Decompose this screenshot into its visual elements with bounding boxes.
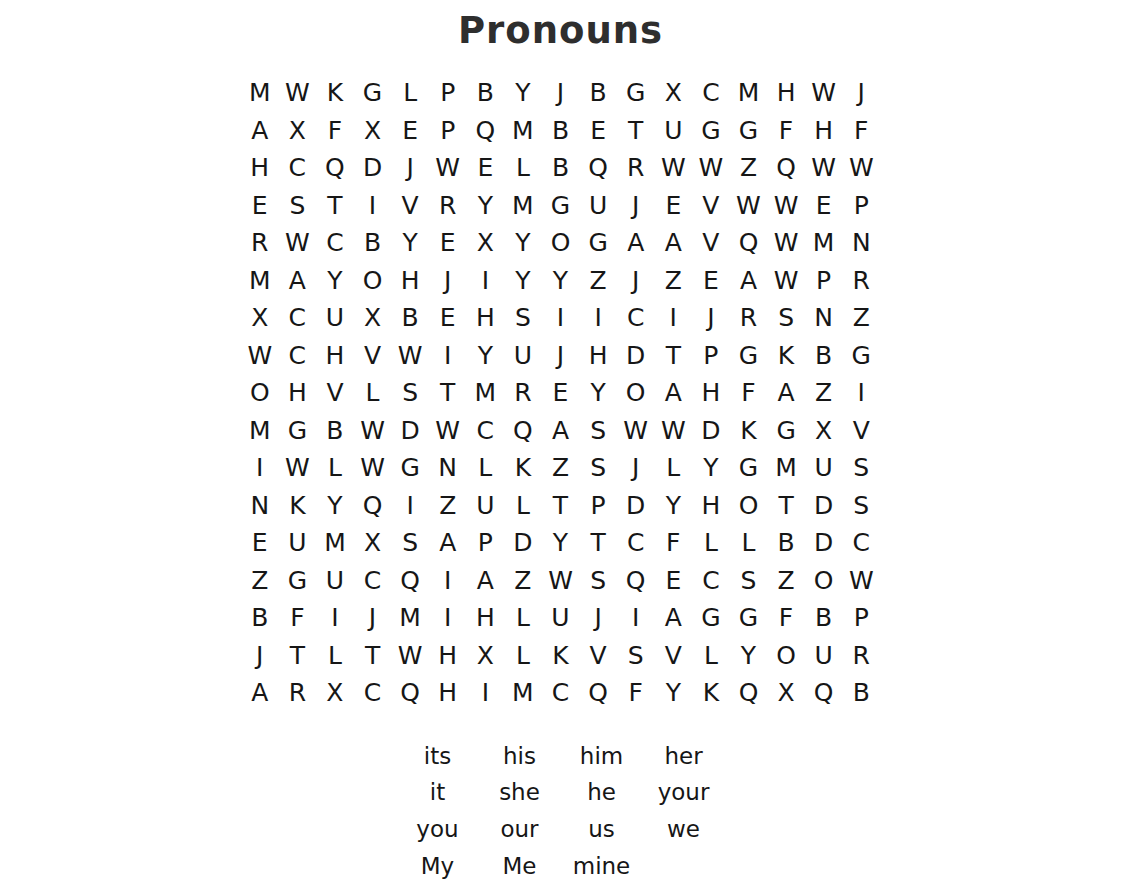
grid-cell[interactable]: V	[316, 374, 354, 412]
word-list-item: he	[561, 774, 643, 811]
grid-cell[interactable]: U	[542, 599, 580, 637]
grid-cell[interactable]: I	[467, 674, 505, 712]
grid-cell[interactable]: W	[617, 412, 655, 450]
grid-cell[interactable]: L	[504, 487, 542, 525]
word-list-item: its	[397, 738, 479, 775]
grid-cell[interactable]: M	[730, 74, 768, 112]
grid-cell[interactable]: D	[805, 487, 843, 525]
grid-cell[interactable]: Y	[730, 637, 768, 675]
grid-cell[interactable]: X	[354, 112, 392, 150]
grid-cell[interactable]: D	[617, 337, 655, 375]
grid-cell[interactable]: L	[692, 524, 730, 562]
grid-cell[interactable]: F	[654, 524, 692, 562]
grid-cell[interactable]: Q	[730, 674, 768, 712]
grid-cell[interactable]: N	[842, 224, 880, 262]
grid-cell[interactable]: G	[279, 412, 317, 450]
grid-cell[interactable]: P	[692, 337, 730, 375]
grid-cell[interactable]: Y	[654, 487, 692, 525]
grid-cell[interactable]: J	[692, 299, 730, 337]
word-list-item: mine	[561, 847, 643, 882]
grid-cell[interactable]: F	[316, 112, 354, 150]
grid-cell[interactable]: J	[542, 337, 580, 375]
grid-cell[interactable]: W	[805, 74, 843, 112]
grid-cell[interactable]: T	[279, 637, 317, 675]
grid-cell[interactable]: S	[279, 187, 317, 225]
grid-cell[interactable]: Y	[692, 449, 730, 487]
word-list-empty	[643, 847, 725, 882]
grid-cell[interactable]: G	[842, 337, 880, 375]
grid-cell[interactable]: K	[316, 74, 354, 112]
word-list-item: him	[561, 738, 643, 775]
grid-cell[interactable]: O	[730, 487, 768, 525]
grid-cell[interactable]: C	[279, 337, 317, 375]
grid-cell[interactable]: W	[730, 187, 768, 225]
grid-cell[interactable]: W	[391, 637, 429, 675]
grid-cell[interactable]: L	[504, 637, 542, 675]
grid-cell[interactable]: C	[692, 74, 730, 112]
grid-cell[interactable]: Y	[467, 337, 505, 375]
grid-cell[interactable]: J	[617, 262, 655, 300]
grid-cell[interactable]: P	[842, 187, 880, 225]
grid-cell[interactable]: Q	[391, 674, 429, 712]
grid-cell[interactable]: G	[391, 449, 429, 487]
grid-cell[interactable]: I	[241, 449, 279, 487]
grid-cell[interactable]: X	[354, 524, 392, 562]
grid-cell[interactable]: V	[692, 224, 730, 262]
grid-cell[interactable]: O	[542, 224, 580, 262]
grid-cell[interactable]: J	[354, 599, 392, 637]
grid-cell[interactable]: A	[767, 374, 805, 412]
grid-cell[interactable]: X	[467, 224, 505, 262]
grid-cell[interactable]: Y	[316, 487, 354, 525]
grid-cell[interactable]: Z	[241, 562, 279, 600]
grid-cell[interactable]: L	[504, 149, 542, 187]
grid-cell[interactable]: Z	[654, 262, 692, 300]
grid-cell[interactable]: F	[279, 599, 317, 637]
grid-cell[interactable]: Y	[542, 524, 580, 562]
grid-cell[interactable]: I	[579, 299, 617, 337]
grid-cell[interactable]: Y	[504, 74, 542, 112]
grid-cell[interactable]: E	[241, 187, 279, 225]
grid-cell[interactable]: W	[767, 187, 805, 225]
grid-cell[interactable]: J	[842, 74, 880, 112]
grid-cell[interactable]: G	[730, 112, 768, 150]
grid-cell[interactable]: E	[467, 149, 505, 187]
grid-cell[interactable]: U	[654, 112, 692, 150]
grid-cell[interactable]: G	[354, 74, 392, 112]
grid-cell[interactable]: J	[617, 449, 655, 487]
grid-cell[interactable]: S	[504, 299, 542, 337]
grid-cell[interactable]: O	[241, 374, 279, 412]
grid-cell[interactable]: I	[429, 599, 467, 637]
grid-cell[interactable]: H	[316, 337, 354, 375]
grid-cell[interactable]: T	[354, 637, 392, 675]
grid-cell[interactable]: P	[805, 262, 843, 300]
grid-cell[interactable]: B	[542, 112, 580, 150]
grid-cell[interactable]: W	[842, 562, 880, 600]
grid-cell[interactable]: T	[767, 487, 805, 525]
grid-cell[interactable]: I	[542, 299, 580, 337]
grid-cell[interactable]: W	[767, 262, 805, 300]
grid-cell[interactable]: D	[805, 524, 843, 562]
grid-cell[interactable]: B	[391, 299, 429, 337]
grid-cell[interactable]: R	[617, 149, 655, 187]
grid-cell[interactable]: T	[542, 487, 580, 525]
grid-cell[interactable]: U	[805, 449, 843, 487]
grid-cell[interactable]: B	[805, 337, 843, 375]
grid-cell[interactable]: C	[617, 299, 655, 337]
grid-cell[interactable]: C	[467, 412, 505, 450]
grid-cell[interactable]: P	[842, 599, 880, 637]
grid-cell[interactable]: H	[241, 149, 279, 187]
grid-cell[interactable]: Q	[504, 412, 542, 450]
grid-cell[interactable]: T	[617, 112, 655, 150]
grid-cell[interactable]: Q	[467, 112, 505, 150]
grid-cell[interactable]: W	[354, 449, 392, 487]
grid-cell[interactable]: X	[767, 674, 805, 712]
grid-cell[interactable]: Y	[654, 674, 692, 712]
grid-cell[interactable]: V	[842, 412, 880, 450]
grid-cell[interactable]: A	[429, 524, 467, 562]
grid-cell[interactable]: E	[429, 299, 467, 337]
grid-cell[interactable]: W	[767, 224, 805, 262]
grid-cell[interactable]: I	[429, 337, 467, 375]
grid-cell[interactable]: L	[391, 74, 429, 112]
grid-cell[interactable]: L	[467, 449, 505, 487]
grid-cell[interactable]: F	[767, 112, 805, 150]
grid-cell[interactable]: T	[654, 337, 692, 375]
grid-cell[interactable]: C	[842, 524, 880, 562]
grid-cell[interactable]: C	[316, 224, 354, 262]
grid-cell[interactable]: G	[730, 337, 768, 375]
word-list-item: Me	[479, 847, 561, 882]
grid-cell[interactable]: K	[730, 412, 768, 450]
grid-cell[interactable]: W	[692, 149, 730, 187]
grid-cell[interactable]: C	[354, 674, 392, 712]
grid-cell[interactable]: X	[467, 637, 505, 675]
grid-cell[interactable]: M	[241, 412, 279, 450]
grid-cell[interactable]: H	[429, 637, 467, 675]
grid-cell[interactable]: J	[542, 74, 580, 112]
grid-cell[interactable]: M	[767, 449, 805, 487]
grid-cell[interactable]: W	[354, 412, 392, 450]
grid-cell[interactable]: O	[617, 374, 655, 412]
grid-cell[interactable]: D	[692, 412, 730, 450]
grid-cell[interactable]: J	[617, 187, 655, 225]
grid-cell[interactable]: I	[354, 187, 392, 225]
grid-cell[interactable]: I	[654, 299, 692, 337]
grid-cell[interactable]: T	[316, 187, 354, 225]
grid-cell[interactable]: R	[241, 224, 279, 262]
grid-cell[interactable]: A	[542, 412, 580, 450]
grid-cell[interactable]: Q	[354, 487, 392, 525]
grid-cell[interactable]: B	[316, 412, 354, 450]
grid-cell[interactable]: K	[692, 674, 730, 712]
grid-cell[interactable]: U	[579, 187, 617, 225]
grid-cell[interactable]: L	[654, 449, 692, 487]
grid-cell[interactable]: H	[467, 299, 505, 337]
grid-cell[interactable]: Q	[617, 562, 655, 600]
grid-cell[interactable]: B	[767, 524, 805, 562]
grid-cell[interactable]: O	[354, 262, 392, 300]
grid-cell[interactable]: J	[391, 149, 429, 187]
grid-cell[interactable]: X	[279, 112, 317, 150]
grid-cell[interactable]: H	[429, 674, 467, 712]
grid-cell[interactable]: K	[767, 337, 805, 375]
word-list-item: it	[397, 774, 479, 811]
grid-cell[interactable]: H	[579, 337, 617, 375]
grid-cell[interactable]: W	[391, 337, 429, 375]
grid-cell[interactable]: E	[805, 187, 843, 225]
grid-cell[interactable]: X	[316, 674, 354, 712]
grid-cell[interactable]: B	[842, 674, 880, 712]
grid-cell[interactable]: F	[730, 374, 768, 412]
grid-cell[interactable]: G	[617, 74, 655, 112]
grid-cell[interactable]: S	[391, 524, 429, 562]
grid-cell[interactable]: H	[467, 599, 505, 637]
grid-cell[interactable]: Z	[805, 374, 843, 412]
grid-cell[interactable]: P	[429, 74, 467, 112]
grid-cell[interactable]: Z	[504, 562, 542, 600]
grid-cell[interactable]: L	[316, 637, 354, 675]
grid-cell[interactable]: G	[730, 599, 768, 637]
grid-cell[interactable]: T	[429, 374, 467, 412]
grid-cell[interactable]: Q	[730, 224, 768, 262]
grid-cell[interactable]: X	[805, 412, 843, 450]
grid-cell[interactable]: T	[579, 524, 617, 562]
grid-cell[interactable]: S	[391, 374, 429, 412]
grid-cell[interactable]: P	[467, 524, 505, 562]
grid-cell[interactable]: E	[542, 374, 580, 412]
grid-cell[interactable]: U	[805, 637, 843, 675]
grid-cell[interactable]: Q	[579, 674, 617, 712]
grid-cell[interactable]: M	[504, 112, 542, 150]
grid-cell[interactable]: J	[429, 262, 467, 300]
grid-cell[interactable]: Z	[767, 562, 805, 600]
grid-cell[interactable]: R	[842, 637, 880, 675]
grid-cell[interactable]: W	[805, 149, 843, 187]
grid-cell[interactable]: R	[842, 262, 880, 300]
grid-cell[interactable]: Y	[542, 262, 580, 300]
grid-cell[interactable]: Z	[429, 487, 467, 525]
grid-cell[interactable]: M	[241, 262, 279, 300]
grid-cell[interactable]: L	[316, 449, 354, 487]
grid-cell[interactable]: Q	[391, 562, 429, 600]
grid-cell[interactable]: A	[279, 262, 317, 300]
grid-cell[interactable]: C	[542, 674, 580, 712]
grid-cell[interactable]: M	[504, 674, 542, 712]
grid-cell[interactable]: Z	[842, 299, 880, 337]
grid-cell[interactable]: A	[467, 562, 505, 600]
grid-cell[interactable]: W	[654, 412, 692, 450]
grid-cell[interactable]: N	[241, 487, 279, 525]
grid-cell[interactable]: I	[429, 562, 467, 600]
grid-cell[interactable]: Y	[504, 224, 542, 262]
grid-cell[interactable]: O	[805, 562, 843, 600]
grid-cell[interactable]: G	[767, 412, 805, 450]
grid-cell[interactable]: C	[354, 562, 392, 600]
grid-cell[interactable]: Y	[316, 262, 354, 300]
grid-cell[interactable]: E	[391, 112, 429, 150]
grid-cell[interactable]: W	[241, 337, 279, 375]
grid-cell[interactable]: U	[504, 337, 542, 375]
grid-cell[interactable]: G	[692, 599, 730, 637]
grid-cell[interactable]: A	[241, 674, 279, 712]
grid-cell[interactable]: H	[279, 374, 317, 412]
grid-cell[interactable]: H	[805, 112, 843, 150]
grid-cell[interactable]: D	[391, 412, 429, 450]
grid-cell[interactable]: B	[467, 74, 505, 112]
grid-cell[interactable]: U	[316, 562, 354, 600]
grid-cell[interactable]: A	[241, 112, 279, 150]
grid-cell[interactable]: H	[391, 262, 429, 300]
grid-cell[interactable]: Q	[316, 149, 354, 187]
grid-cell[interactable]: D	[354, 149, 392, 187]
word-list-item: we	[643, 811, 725, 848]
grid-cell[interactable]: I	[391, 487, 429, 525]
grid-cell[interactable]: I	[842, 374, 880, 412]
grid-cell[interactable]: Y	[504, 262, 542, 300]
grid-cell[interactable]: A	[730, 262, 768, 300]
grid-cell[interactable]: Z	[579, 262, 617, 300]
grid-cell[interactable]: E	[654, 187, 692, 225]
grid-cell[interactable]: M	[805, 224, 843, 262]
grid-cell[interactable]: N	[429, 449, 467, 487]
grid-cell[interactable]: G	[279, 562, 317, 600]
grid-cell[interactable]: M	[504, 187, 542, 225]
grid-cell[interactable]: A	[654, 599, 692, 637]
grid-cell[interactable]: S	[617, 637, 655, 675]
grid-cell[interactable]: B	[579, 74, 617, 112]
grid-cell[interactable]: X	[654, 74, 692, 112]
grid-cell[interactable]: B	[354, 224, 392, 262]
grid-cell[interactable]: L	[692, 637, 730, 675]
grid-cell[interactable]: B	[542, 149, 580, 187]
grid-cell[interactable]: V	[692, 187, 730, 225]
grid-cell[interactable]: C	[279, 299, 317, 337]
grid-cell[interactable]: C	[692, 562, 730, 600]
grid-cell[interactable]: S	[767, 299, 805, 337]
grid-cell[interactable]: L	[730, 524, 768, 562]
grid-cell[interactable]: V	[391, 187, 429, 225]
grid-cell[interactable]: Q	[805, 674, 843, 712]
word-list-item: our	[479, 811, 561, 848]
grid-cell[interactable]: W	[542, 562, 580, 600]
grid-cell[interactable]: W	[654, 149, 692, 187]
grid-cell[interactable]: J	[241, 637, 279, 675]
grid-cell[interactable]: Y	[579, 374, 617, 412]
grid-cell[interactable]: E	[579, 112, 617, 150]
grid-cell[interactable]: W	[279, 224, 317, 262]
grid-cell[interactable]: P	[429, 112, 467, 150]
grid-cell[interactable]: M	[241, 74, 279, 112]
grid-cell[interactable]: G	[692, 112, 730, 150]
grid-cell[interactable]: E	[692, 262, 730, 300]
grid-cell[interactable]: R	[429, 187, 467, 225]
grid-cell[interactable]: L	[504, 599, 542, 637]
grid-cell[interactable]: H	[767, 74, 805, 112]
word-list: itshishimheritsheheyouryouourusweMyMemin…	[397, 738, 725, 882]
grid-cell[interactable]: V	[654, 637, 692, 675]
grid-cell[interactable]: M	[316, 524, 354, 562]
grid-cell[interactable]: S	[579, 412, 617, 450]
grid-cell[interactable]: A	[654, 374, 692, 412]
grid-cell[interactable]: H	[692, 487, 730, 525]
grid-cell[interactable]: M	[391, 599, 429, 637]
grid-cell[interactable]: H	[692, 374, 730, 412]
grid-cell[interactable]: J	[579, 599, 617, 637]
grid-cell[interactable]: Q	[767, 149, 805, 187]
grid-cell[interactable]: E	[241, 524, 279, 562]
grid-cell[interactable]: D	[504, 524, 542, 562]
grid-cell[interactable]: S	[730, 562, 768, 600]
grid-cell[interactable]: G	[730, 449, 768, 487]
grid-cell[interactable]: W	[279, 74, 317, 112]
grid-cell[interactable]: K	[504, 449, 542, 487]
grid-cell[interactable]: L	[354, 374, 392, 412]
grid-cell[interactable]: V	[579, 637, 617, 675]
grid-cell[interactable]: G	[579, 224, 617, 262]
grid-cell[interactable]: A	[617, 224, 655, 262]
grid-cell[interactable]: F	[842, 112, 880, 150]
grid-cell[interactable]: S	[579, 562, 617, 600]
grid-cell[interactable]: Z	[730, 149, 768, 187]
grid-cell[interactable]: X	[241, 299, 279, 337]
grid-cell[interactable]: Y	[467, 187, 505, 225]
grid-cell[interactable]: G	[542, 187, 580, 225]
grid-cell[interactable]: W	[429, 149, 467, 187]
grid-cell[interactable]: A	[654, 224, 692, 262]
grid-cell[interactable]: K	[542, 637, 580, 675]
grid-cell[interactable]: W	[279, 449, 317, 487]
grid-cell[interactable]: S	[579, 449, 617, 487]
grid-cell[interactable]: X	[354, 299, 392, 337]
grid-cell[interactable]: U	[467, 487, 505, 525]
grid-cell[interactable]: K	[279, 487, 317, 525]
grid-cell[interactable]: C	[617, 524, 655, 562]
grid-cell[interactable]: C	[279, 149, 317, 187]
grid-cell[interactable]: B	[241, 599, 279, 637]
grid-cell[interactable]: E	[654, 562, 692, 600]
grid-cell[interactable]: W	[429, 412, 467, 450]
grid-cell[interactable]: S	[842, 449, 880, 487]
grid-cell[interactable]: Q	[579, 149, 617, 187]
grid-cell[interactable]: R	[279, 674, 317, 712]
grid-cell[interactable]: N	[805, 299, 843, 337]
grid-cell[interactable]: W	[842, 149, 880, 187]
grid-cell[interactable]: M	[467, 374, 505, 412]
grid-cell[interactable]: I	[617, 599, 655, 637]
grid-cell[interactable]: D	[617, 487, 655, 525]
grid-cell[interactable]: E	[429, 224, 467, 262]
word-list-item: us	[561, 811, 643, 848]
grid-cell[interactable]: I	[467, 262, 505, 300]
grid-cell[interactable]: S	[842, 487, 880, 525]
grid-cell[interactable]: F	[617, 674, 655, 712]
grid-cell[interactable]: P	[579, 487, 617, 525]
grid-cell[interactable]: I	[316, 599, 354, 637]
grid-cell[interactable]: V	[354, 337, 392, 375]
grid-cell[interactable]: U	[316, 299, 354, 337]
grid-cell[interactable]: Z	[542, 449, 580, 487]
grid-cell[interactable]: R	[504, 374, 542, 412]
grid-cell[interactable]: R	[730, 299, 768, 337]
grid-cell[interactable]: B	[805, 599, 843, 637]
grid-cell[interactable]: O	[767, 637, 805, 675]
grid-cell[interactable]: Y	[391, 224, 429, 262]
grid-cell[interactable]: F	[767, 599, 805, 637]
grid-cell[interactable]: U	[279, 524, 317, 562]
